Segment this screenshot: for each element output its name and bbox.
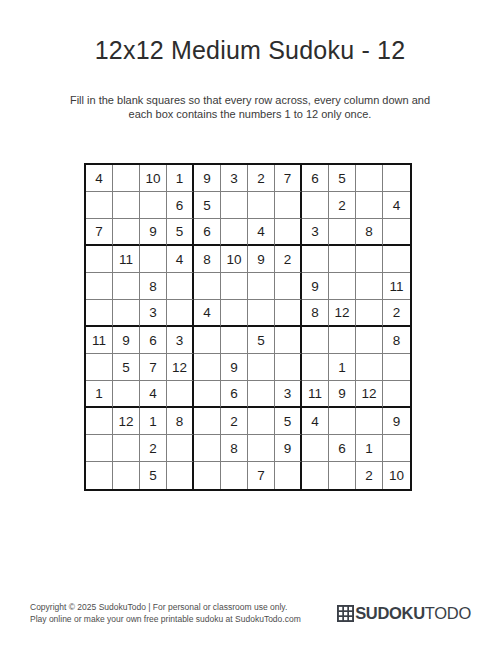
cell-r6c6 <box>221 300 248 327</box>
cell-r12c9 <box>302 462 329 489</box>
cell-r10c3: 1 <box>140 408 167 435</box>
cell-r4c12 <box>383 246 410 273</box>
cell-r6c1 <box>86 300 113 327</box>
cell-r2c4: 6 <box>167 192 194 219</box>
cell-r4c8: 2 <box>275 246 302 273</box>
cell-r7c6 <box>221 327 248 354</box>
cell-r11c1 <box>86 435 113 462</box>
cell-r6c10: 12 <box>329 300 356 327</box>
cell-r2c3 <box>140 192 167 219</box>
cell-r4c4: 4 <box>167 246 194 273</box>
footer-copyright: Copyright © 2025 SudokuTodo | For person… <box>30 601 301 613</box>
sudoku-board: 4101932765652479564381148109289113481221… <box>84 163 412 491</box>
cell-r9c12 <box>383 381 410 408</box>
cell-r2c12: 4 <box>383 192 410 219</box>
cell-r4c5: 8 <box>194 246 221 273</box>
cell-r6c5: 4 <box>194 300 221 327</box>
cell-r8c1 <box>86 354 113 381</box>
cell-r12c4 <box>167 462 194 489</box>
cell-r12c1 <box>86 462 113 489</box>
cell-r11c6: 8 <box>221 435 248 462</box>
cell-r10c10 <box>329 408 356 435</box>
cell-r4c10 <box>329 246 356 273</box>
cell-r1c12 <box>383 165 410 192</box>
cell-r8c8 <box>275 354 302 381</box>
cell-r12c5 <box>194 462 221 489</box>
cell-r9c4 <box>167 381 194 408</box>
cell-r6c11 <box>356 300 383 327</box>
logo-text: SUDOKUTODO <box>355 604 471 623</box>
cell-r10c7 <box>248 408 275 435</box>
cell-r10c9: 4 <box>302 408 329 435</box>
cell-r10c4: 8 <box>167 408 194 435</box>
instructions-line-1: Fill in the blank squares so that every … <box>0 93 500 107</box>
cell-r11c12 <box>383 435 410 462</box>
cell-r4c3 <box>140 246 167 273</box>
cell-r2c2 <box>113 192 140 219</box>
cell-r11c11: 1 <box>356 435 383 462</box>
sudokutodo-logo: SUDOKUTODO <box>337 602 471 624</box>
cell-r9c8: 3 <box>275 381 302 408</box>
instructions: Fill in the blank squares so that every … <box>0 93 500 121</box>
cell-r8c4: 12 <box>167 354 194 381</box>
cell-r8c3: 7 <box>140 354 167 381</box>
cell-r4c9 <box>302 246 329 273</box>
cell-r2c11 <box>356 192 383 219</box>
cell-r12c6 <box>221 462 248 489</box>
cell-r3c1: 7 <box>86 219 113 246</box>
page-title: 12x12 Medium Sudoku - 12 <box>0 36 500 65</box>
cell-r5c1 <box>86 273 113 300</box>
cell-r11c2 <box>113 435 140 462</box>
cell-r9c6: 6 <box>221 381 248 408</box>
cell-r3c3: 9 <box>140 219 167 246</box>
cell-r7c8 <box>275 327 302 354</box>
cell-r1c5: 9 <box>194 165 221 192</box>
cell-r2c8 <box>275 192 302 219</box>
cell-r12c8 <box>275 462 302 489</box>
cell-r5c8 <box>275 273 302 300</box>
cell-r1c4: 1 <box>167 165 194 192</box>
cell-r2c9 <box>302 192 329 219</box>
cell-r6c3: 3 <box>140 300 167 327</box>
cell-r11c8: 9 <box>275 435 302 462</box>
cell-r3c4: 5 <box>167 219 194 246</box>
cell-r5c7 <box>248 273 275 300</box>
cell-r11c3: 2 <box>140 435 167 462</box>
cell-r10c8: 5 <box>275 408 302 435</box>
cell-r2c10: 2 <box>329 192 356 219</box>
cell-r10c2: 12 <box>113 408 140 435</box>
cell-r3c7: 4 <box>248 219 275 246</box>
cell-r5c10 <box>329 273 356 300</box>
cell-r7c12: 8 <box>383 327 410 354</box>
cell-r1c11 <box>356 165 383 192</box>
cell-r2c7 <box>248 192 275 219</box>
cell-r9c1: 1 <box>86 381 113 408</box>
cell-r12c7: 7 <box>248 462 275 489</box>
cell-r1c1: 4 <box>86 165 113 192</box>
cell-r7c5 <box>194 327 221 354</box>
logo-text-todo: TODO <box>425 604 471 622</box>
cell-r8c9 <box>302 354 329 381</box>
cell-r12c12: 10 <box>383 462 410 489</box>
cell-r10c6: 2 <box>221 408 248 435</box>
cell-r8c10: 1 <box>329 354 356 381</box>
cell-r6c7 <box>248 300 275 327</box>
cell-r5c9: 9 <box>302 273 329 300</box>
cell-r5c6 <box>221 273 248 300</box>
cell-r1c7: 2 <box>248 165 275 192</box>
cell-r10c5 <box>194 408 221 435</box>
cell-r7c7: 5 <box>248 327 275 354</box>
cell-r3c8 <box>275 219 302 246</box>
footer-play-online: Play online or make your own free printa… <box>30 613 301 625</box>
cell-r1c3: 10 <box>140 165 167 192</box>
cell-r6c12: 2 <box>383 300 410 327</box>
cell-r2c5: 5 <box>194 192 221 219</box>
cell-r12c3: 5 <box>140 462 167 489</box>
cell-r9c3: 4 <box>140 381 167 408</box>
cell-r4c1 <box>86 246 113 273</box>
cell-r1c6: 3 <box>221 165 248 192</box>
cell-r5c2 <box>113 273 140 300</box>
cell-r3c9: 3 <box>302 219 329 246</box>
cell-r11c5 <box>194 435 221 462</box>
cell-r1c9: 6 <box>302 165 329 192</box>
cell-r8c12 <box>383 354 410 381</box>
cell-r5c12: 11 <box>383 273 410 300</box>
cell-r12c10 <box>329 462 356 489</box>
cell-r5c5 <box>194 273 221 300</box>
cell-r8c11 <box>356 354 383 381</box>
cell-r9c9: 11 <box>302 381 329 408</box>
cell-r3c6 <box>221 219 248 246</box>
cell-r3c11: 8 <box>356 219 383 246</box>
cell-r5c11 <box>356 273 383 300</box>
cell-r9c2 <box>113 381 140 408</box>
cell-r7c10 <box>329 327 356 354</box>
cell-r9c5 <box>194 381 221 408</box>
cell-r4c6: 10 <box>221 246 248 273</box>
cell-r7c9 <box>302 327 329 354</box>
cell-r7c11 <box>356 327 383 354</box>
cell-r8c5 <box>194 354 221 381</box>
cell-r11c4 <box>167 435 194 462</box>
cell-r6c8 <box>275 300 302 327</box>
cell-r3c12 <box>383 219 410 246</box>
cell-r1c2 <box>113 165 140 192</box>
cell-r8c6: 9 <box>221 354 248 381</box>
cell-r11c10: 6 <box>329 435 356 462</box>
printable-sudoku-page: 12x12 Medium Sudoku - 12 Fill in the bla… <box>0 0 500 647</box>
cell-r6c9: 8 <box>302 300 329 327</box>
cell-r1c8: 7 <box>275 165 302 192</box>
logo-text-sudoku: SUDOKU <box>355 604 425 622</box>
cell-r8c7 <box>248 354 275 381</box>
cell-r7c2: 9 <box>113 327 140 354</box>
cell-r2c6 <box>221 192 248 219</box>
footer: Copyright © 2025 SudokuTodo | For person… <box>30 601 301 625</box>
cell-r8c2: 5 <box>113 354 140 381</box>
cell-r1c10: 5 <box>329 165 356 192</box>
cell-r4c2: 11 <box>113 246 140 273</box>
cell-r10c1 <box>86 408 113 435</box>
cell-r4c7: 9 <box>248 246 275 273</box>
cell-r9c11: 12 <box>356 381 383 408</box>
cell-r5c4 <box>167 273 194 300</box>
cell-r12c11: 2 <box>356 462 383 489</box>
cell-r11c9 <box>302 435 329 462</box>
cell-r11c7 <box>248 435 275 462</box>
cell-r2c1 <box>86 192 113 219</box>
cell-r12c2 <box>113 462 140 489</box>
cell-r9c7 <box>248 381 275 408</box>
sudoku-grid-icon <box>337 605 354 622</box>
cell-r10c11 <box>356 408 383 435</box>
cell-r3c2 <box>113 219 140 246</box>
cell-r5c3: 8 <box>140 273 167 300</box>
cell-r3c10 <box>329 219 356 246</box>
cell-r7c3: 6 <box>140 327 167 354</box>
instructions-line-2: each box contains the numbers 1 to 12 on… <box>0 107 500 121</box>
cell-r7c1: 11 <box>86 327 113 354</box>
cell-r6c2 <box>113 300 140 327</box>
cell-r10c12: 9 <box>383 408 410 435</box>
cell-r6c4 <box>167 300 194 327</box>
cell-r9c10: 9 <box>329 381 356 408</box>
cell-r3c5: 6 <box>194 219 221 246</box>
cell-r4c11 <box>356 246 383 273</box>
cell-r7c4: 3 <box>167 327 194 354</box>
